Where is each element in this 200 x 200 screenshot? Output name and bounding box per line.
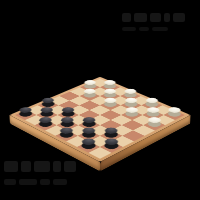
icon-canvas: [0, 0, 200, 200]
scene: [0, 0, 200, 200]
board-grid: [15, 79, 185, 159]
board-face: [9, 77, 190, 162]
checkers-board: [9, 77, 190, 162]
